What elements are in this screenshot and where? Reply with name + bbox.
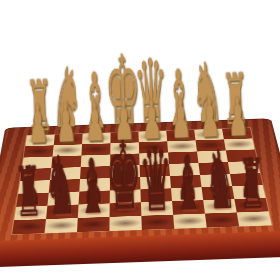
- piece-red-queen[interactable]: ♛: [138, 135, 174, 224]
- piece-red-rook[interactable]: ♜: [14, 158, 42, 228]
- chess-set-photo: ♜♞♝♚♛♝♞♜♟♟♟♟♟♟♟♟♟♟♟♟♟♟♟♟♜♞♝♚♛♝♞♜: [0, 0, 280, 280]
- piece-red-knight[interactable]: ♞: [43, 145, 77, 227]
- pieces-layer: ♜♞♝♚♛♝♞♜♟♟♟♟♟♟♟♟♟♟♟♟♟♟♟♟♜♞♝♚♛♝♞♜: [0, 0, 280, 280]
- piece-red-bishop[interactable]: ♝: [77, 150, 108, 226]
- piece-red-knight[interactable]: ♞: [204, 139, 238, 221]
- piece-red-bishop[interactable]: ♝: [173, 146, 204, 222]
- board-tilt-wrap: ♜♞♝♚♛♝♞♜♟♟♟♟♟♟♟♟♟♟♟♟♟♟♟♟♜♞♝♚♛♝♞♜: [0, 0, 280, 280]
- piece-red-rook[interactable]: ♜: [239, 150, 267, 220]
